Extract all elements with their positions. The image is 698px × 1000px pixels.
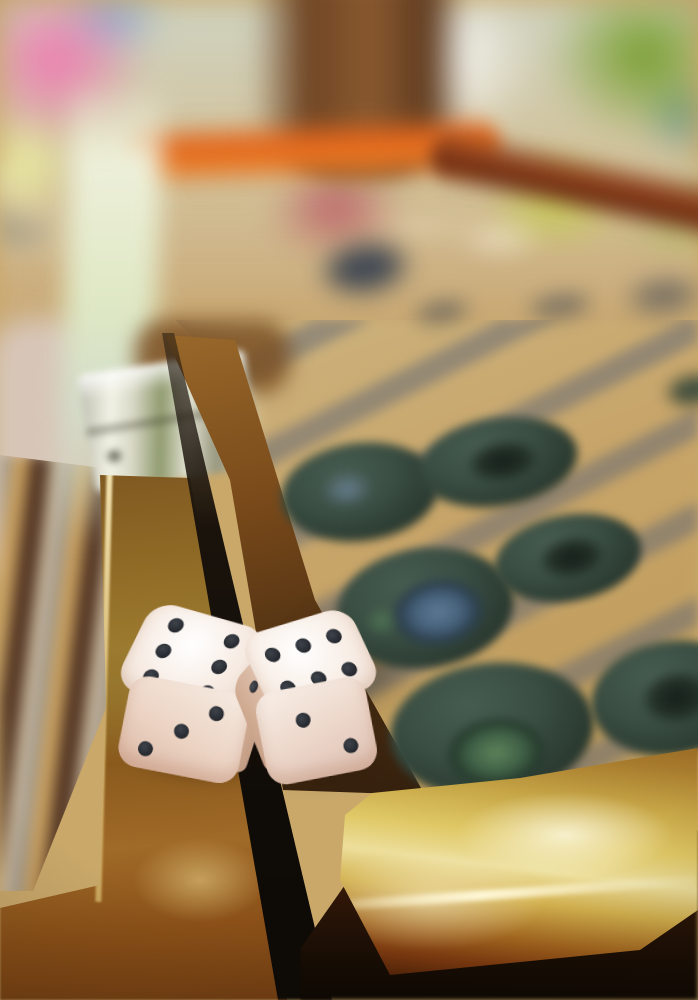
die-pip	[262, 646, 283, 664]
die-pip	[342, 736, 360, 754]
die-pip	[293, 636, 314, 654]
die-pip	[172, 722, 190, 740]
checker-dark	[620, 272, 698, 321]
die-pip	[166, 616, 187, 634]
die-pip	[339, 660, 360, 678]
checker-dark	[584, 630, 698, 765]
die-pip	[221, 632, 242, 650]
die-pip	[153, 642, 174, 660]
die-right-front-face	[252, 674, 380, 788]
die-pip	[208, 658, 229, 676]
checker-dark	[659, 367, 698, 414]
die-pip	[137, 740, 155, 758]
die-pip	[294, 711, 312, 729]
die-right	[240, 608, 385, 785]
checker-dark	[276, 434, 445, 551]
backgammon-photo-scene	[0, 0, 698, 1000]
die-pip	[208, 705, 226, 723]
die-pip	[323, 627, 344, 645]
checker-dark	[520, 286, 599, 326]
checker-dark	[311, 231, 418, 304]
checker-dark	[407, 293, 477, 330]
checker-dark	[412, 406, 584, 518]
